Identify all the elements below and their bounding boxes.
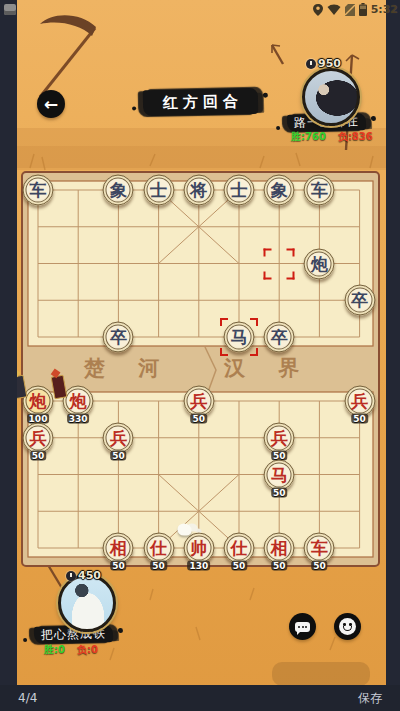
piece-glyph: 卒: [110, 329, 127, 346]
xiangqi-piece-black[interactable]: 卒: [264, 322, 295, 353]
bottom-player-avatar[interactable]: [58, 574, 116, 632]
chat-button[interactable]: [289, 613, 316, 640]
xiangqi-piece-red[interactable]: 兵50: [23, 422, 54, 453]
piece-glyph: 仕: [150, 540, 167, 557]
piece-hp-label: 50: [231, 561, 248, 571]
piece-hp-label: 50: [110, 450, 127, 460]
river-label-left: 楚 河: [84, 354, 172, 382]
xiangqi-piece-black[interactable]: 士: [224, 175, 255, 206]
location-pin-icon: [313, 4, 323, 16]
piece-glyph: 马: [231, 329, 248, 346]
clock-icon: [66, 571, 76, 581]
smiley-icon: [339, 618, 356, 635]
top-player-wins: 胜:760: [291, 130, 326, 144]
piece-glyph: 帅: [190, 540, 207, 557]
xiangqi-piece-red[interactable]: 炮100: [23, 386, 54, 417]
piece-glyph: 兵: [190, 393, 207, 410]
piece-glyph: 士: [231, 182, 248, 199]
top-player-losses: 负:836: [338, 130, 373, 144]
piece-glyph: 兵: [30, 429, 47, 446]
piece-hp-label: 130: [187, 561, 210, 571]
xiangqi-piece-black[interactable]: 炮: [304, 248, 335, 279]
bottom-player-wins: 胜:0: [44, 643, 65, 657]
piece-glyph: 兵: [351, 393, 368, 410]
xiangqi-piece-black[interactable]: 卒: [103, 322, 134, 353]
bottom-player-stats: 胜:0 负:0: [44, 643, 98, 657]
piece-glyph: 相: [271, 540, 288, 557]
piece-glyph: 车: [30, 182, 47, 199]
battery-icon: [359, 3, 367, 16]
piece-glyph: 车: [311, 540, 328, 557]
game-screen: 楚 河 汉 界 车象士将士象车炮卒卒马卒炮100炮330兵50兵50兵50兵50…: [0, 0, 400, 711]
piece-glyph: 士: [150, 182, 167, 199]
piece-hp-label: 50: [271, 561, 288, 571]
bottom-bar: 4/4 保存: [0, 685, 400, 711]
xiangqi-piece-red[interactable]: 车50: [304, 533, 335, 564]
piece-glyph: 象: [110, 182, 127, 199]
piece-glyph: 兵: [110, 429, 127, 446]
river-label-right: 汉 界: [224, 354, 312, 382]
general-plume-decoration: [177, 524, 191, 536]
xiangqi-piece-red[interactable]: 相50: [103, 533, 134, 564]
no-sim-icon: [345, 4, 355, 16]
xiangqi-piece-red[interactable]: 炮330: [63, 386, 94, 417]
piece-hp-label: 50: [351, 414, 368, 424]
left-letterbox: [0, 0, 17, 711]
piece-glyph: 马: [271, 466, 288, 483]
piece-hp-label: 50: [191, 414, 208, 424]
piece-hp-label: 50: [150, 561, 167, 571]
piece-glyph: 炮: [311, 255, 328, 272]
piece-hp-label: 50: [30, 450, 47, 460]
piece-glyph: 象: [271, 182, 288, 199]
xiangqi-piece-red[interactable]: 仕50: [224, 533, 255, 564]
piece-hp-label: 50: [110, 561, 127, 571]
xiangqi-piece-black[interactable]: 卒: [344, 285, 375, 316]
piece-glyph: 仕: [231, 540, 248, 557]
save-button[interactable]: 保存: [358, 690, 382, 707]
back-button[interactable]: ←: [37, 90, 65, 118]
piece-hp-label: 330: [67, 414, 90, 424]
xiangqi-piece-red[interactable]: 马50: [264, 459, 295, 490]
xiangqi-piece-black[interactable]: 马: [224, 322, 255, 353]
top-player-avatar[interactable]: [302, 68, 360, 126]
xiangqi-piece-red[interactable]: 兵50: [183, 386, 214, 417]
piece-glyph: 卒: [351, 292, 368, 309]
turn-banner: 红方回合: [143, 88, 259, 116]
status-bar: 5:32: [313, 3, 398, 16]
top-player-stats: 胜:760 负:836: [291, 130, 373, 144]
piece-glyph: 相: [110, 540, 127, 557]
piece-glyph: 炮: [30, 393, 47, 410]
speech-bubble-icon: [295, 622, 310, 632]
piece-glyph: 卒: [271, 329, 288, 346]
xiangqi-piece-black[interactable]: 象: [103, 175, 134, 206]
xiangqi-piece-red[interactable]: 兵50: [103, 422, 134, 453]
xiangqi-piece-red[interactable]: 帅130: [183, 533, 214, 564]
bottom-player-losses: 负:0: [77, 643, 98, 657]
xiangqi-piece-black[interactable]: 象: [264, 175, 295, 206]
top-player-timer-badge: 950: [306, 57, 341, 70]
xiangqi-piece-red[interactable]: 仕50: [143, 533, 174, 564]
clock-icon: [306, 59, 316, 69]
wifi-icon: [327, 4, 341, 15]
screenshot-app-icon: [4, 4, 16, 15]
piece-glyph: 将: [190, 182, 207, 199]
piece-hp-label: 50: [271, 487, 288, 497]
move-counter: 4/4: [18, 691, 37, 705]
xiangqi-piece-black[interactable]: 车: [23, 175, 54, 206]
bottom-player-timer-badge: 450: [66, 569, 101, 582]
back-arrow-icon: ←: [44, 94, 58, 114]
emoji-button[interactable]: [334, 613, 361, 640]
right-letterbox: [386, 0, 400, 711]
piece-glyph: 炮: [70, 393, 87, 410]
piece-hp-label: 50: [311, 561, 328, 571]
xiangqi-piece-red[interactable]: 兵50: [264, 422, 295, 453]
xiangqi-piece-black[interactable]: 将: [183, 175, 214, 206]
xiangqi-piece-red[interactable]: 兵50: [344, 386, 375, 417]
status-time: 5:32: [371, 3, 398, 16]
xiangqi-piece-red[interactable]: 相50: [264, 533, 295, 564]
xiangqi-piece-black[interactable]: 车: [304, 175, 335, 206]
xiangqi-piece-black[interactable]: 士: [143, 175, 174, 206]
piece-glyph: 兵: [271, 429, 288, 446]
piece-glyph: 车: [311, 182, 328, 199]
